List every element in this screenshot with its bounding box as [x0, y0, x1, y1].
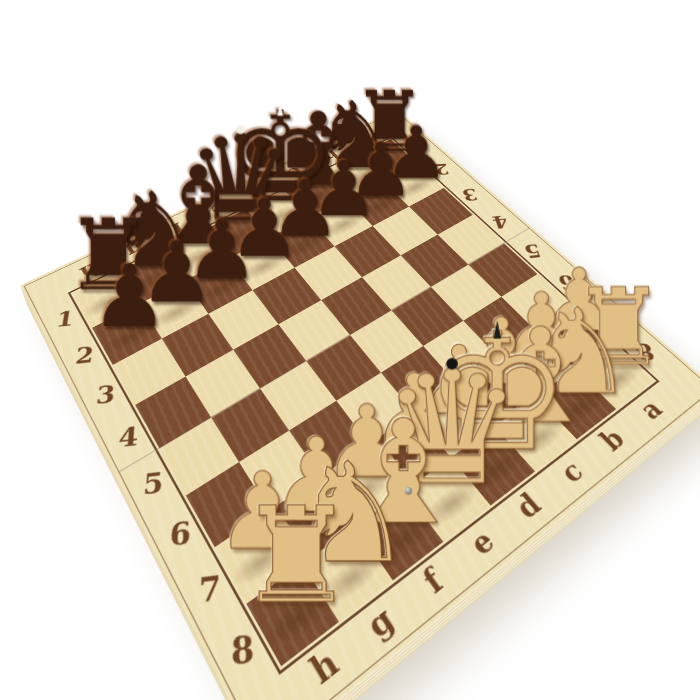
hinge-screw	[405, 487, 412, 494]
rook-glyph: ♜	[199, 494, 394, 620]
chess-board: hgfedcba hgfedcba 12345678 12345678 ♜♞♝♛…	[20, 109, 700, 700]
chess-set-photo: hgfedcba hgfedcba 12345678 12345678 ♜♞♝♛…	[0, 0, 700, 700]
pawn-glyph: ♟	[54, 256, 204, 338]
